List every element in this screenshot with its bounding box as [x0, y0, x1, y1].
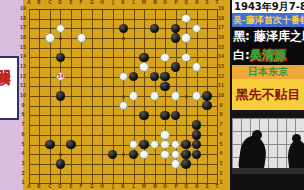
white-stone: 54 — [56, 72, 65, 81]
col-label-bottom: P — [172, 185, 180, 189]
col-label-bottom: A — [25, 185, 33, 189]
row-label-right: 9 — [217, 104, 225, 108]
row-label-left: 4 — [19, 152, 27, 156]
grid-hline — [29, 115, 218, 116]
black-stone — [66, 140, 75, 149]
black-stone — [119, 24, 128, 33]
star-point — [185, 95, 188, 98]
row-label-left: 17 — [19, 26, 27, 30]
row-label-right: 2 — [217, 171, 225, 175]
row-label-left: 7 — [19, 123, 27, 127]
col-label-bottom: G — [88, 185, 96, 189]
col-label-bottom: Q — [182, 185, 190, 189]
row-label-right: 3 — [217, 162, 225, 166]
grid-hline — [29, 9, 218, 10]
star-point — [59, 153, 62, 156]
black-stone — [192, 150, 201, 159]
black-stone — [160, 72, 169, 81]
row-label-right: 13 — [217, 65, 225, 69]
white-stone — [171, 140, 180, 149]
col-label-bottom: B — [36, 185, 44, 189]
row-label-right: 8 — [217, 113, 225, 117]
black-stone — [192, 120, 201, 129]
row-label-right: 6 — [217, 133, 225, 137]
col-label-bottom: O — [161, 185, 169, 189]
photo-bottom-band — [232, 174, 304, 190]
col-label-top: M — [140, 0, 148, 4]
white-stone — [192, 91, 201, 100]
grid-hline — [29, 135, 218, 136]
move-number-label: 54 — [57, 75, 63, 79]
row-label-right: 17 — [217, 26, 225, 30]
col-label-bottom: H — [98, 185, 106, 189]
row-label-left: 2 — [19, 171, 27, 175]
row-label-left: 5 — [19, 142, 27, 146]
row-label-right: 19 — [217, 7, 225, 11]
white-stone — [150, 91, 159, 100]
row-label-left: 18 — [19, 16, 27, 20]
white-stone — [192, 62, 201, 71]
info-panel: 1943年9月7-8日 吴-藤泽首次十番棋 黑: 藤泽库之助 白: 吴清源 日本… — [230, 0, 304, 190]
row-label-left: 12 — [19, 75, 27, 79]
white-stone — [192, 24, 201, 33]
col-label-bottom: K — [119, 185, 127, 189]
black-stone — [181, 159, 190, 168]
black-stone — [45, 140, 54, 149]
row-label-right: 16 — [217, 36, 225, 40]
black-stone — [160, 82, 169, 91]
col-label-bottom: T — [214, 185, 222, 189]
photo-top-band — [232, 110, 304, 118]
white-stone — [160, 53, 169, 62]
black-stone — [192, 140, 201, 149]
white-stone — [181, 53, 190, 62]
black-stone — [139, 53, 148, 62]
row-label-right: 14 — [217, 55, 225, 59]
row-label-right: 11 — [217, 84, 225, 88]
row-label-right: 1 — [217, 181, 225, 185]
white-stone — [171, 91, 180, 100]
black-stone — [56, 91, 65, 100]
black-player-label: 黑: 藤泽库之助 — [232, 27, 304, 46]
row-label-left: 11 — [19, 84, 27, 88]
row-label-left: 3 — [19, 162, 27, 166]
black-stone — [108, 150, 117, 159]
black-stone — [150, 24, 159, 33]
grid-hline — [29, 174, 218, 175]
row-label-right: 18 — [217, 16, 225, 20]
white-stone — [160, 130, 169, 139]
row-label-right: 7 — [217, 123, 225, 127]
col-label-bottom: E — [67, 185, 75, 189]
white-stone — [119, 72, 128, 81]
white-stone — [171, 159, 180, 168]
row-label-left: 15 — [19, 46, 27, 50]
col-label-top: O — [161, 0, 169, 4]
col-label-top: G — [88, 0, 96, 4]
white-prefix: 白: — [233, 47, 250, 64]
black-stone — [202, 91, 211, 100]
row-label-left: 1 — [19, 181, 27, 185]
row-label-left: 9 — [19, 104, 27, 108]
black-stone — [171, 33, 180, 42]
black-stone — [150, 72, 159, 81]
black-stone — [181, 140, 190, 149]
col-label-top: D — [57, 0, 65, 4]
col-label-top: K — [119, 0, 127, 4]
black-stone — [171, 24, 180, 33]
grid-hline — [29, 67, 218, 68]
col-label-top: T — [214, 0, 222, 4]
match-photo — [232, 110, 304, 190]
white-stone — [139, 150, 148, 159]
black-stone — [192, 130, 201, 139]
col-label-bottom: D — [57, 185, 65, 189]
white-player-name: 吴清源 — [250, 47, 286, 64]
black-stone — [56, 159, 65, 168]
watermark-box: 明明读棋 — [0, 56, 19, 120]
col-label-top: A — [25, 0, 33, 4]
row-label-left: 8 — [19, 113, 27, 117]
white-stone — [129, 91, 138, 100]
grid-hline — [29, 48, 218, 49]
col-label-bottom: C — [46, 185, 54, 189]
star-point — [122, 95, 125, 98]
star-point — [122, 37, 125, 40]
col-label-top: S — [203, 0, 211, 4]
screenshot-root: 明明读棋 AABBCCDDEEFFGGHHJJKKLLMMNNOOPPQQRRS… — [0, 0, 304, 190]
col-label-bottom: R — [193, 185, 201, 189]
row-label-right: 4 — [217, 152, 225, 156]
black-stone — [129, 72, 138, 81]
row-label-right: 10 — [217, 94, 225, 98]
white-stone — [150, 140, 159, 149]
row-label-right: 15 — [217, 46, 225, 50]
black-stone — [139, 140, 148, 149]
col-label-bottom: F — [77, 185, 85, 189]
grid-hline — [29, 86, 218, 87]
white-player-label: 白: 吴清源 — [232, 46, 304, 65]
col-label-bottom: L — [130, 185, 138, 189]
col-label-top: E — [67, 0, 75, 4]
col-label-top: J — [109, 0, 117, 4]
col-label-top: L — [130, 0, 138, 4]
col-label-top: H — [98, 0, 106, 4]
white-stone — [56, 24, 65, 33]
match-location: 日本东京 — [232, 65, 304, 79]
col-label-bottom: M — [140, 185, 148, 189]
go-board[interactable]: AABBCCDDEEFFGGHHJJKKLLMMNNOOPPQQRRSSTT19… — [23, 0, 230, 190]
col-label-bottom: J — [109, 185, 117, 189]
black-stone — [171, 62, 180, 71]
black-stone — [171, 111, 180, 120]
white-stone — [181, 33, 190, 42]
row-label-right: 5 — [217, 142, 225, 146]
col-label-bottom: N — [151, 185, 159, 189]
col-label-bottom: S — [203, 185, 211, 189]
col-label-top: C — [46, 0, 54, 4]
black-stone — [202, 101, 211, 110]
row-label-left: 14 — [19, 55, 27, 59]
event-title: 吴-藤泽首次十番棋 — [232, 13, 304, 27]
white-stone — [171, 150, 180, 159]
white-stone — [160, 150, 169, 159]
grid-hline — [29, 125, 218, 126]
row-label-left: 13 — [19, 65, 27, 69]
rule-banner: 黑先不贴目 — [232, 79, 304, 110]
white-stone — [77, 33, 86, 42]
col-label-top: F — [77, 0, 85, 4]
col-label-top: Q — [182, 0, 190, 4]
black-stone — [160, 111, 169, 120]
row-label-left: 6 — [19, 133, 27, 137]
white-stone — [119, 101, 128, 110]
match-date: 1943年9月7-8日 — [232, 0, 304, 13]
row-label-left: 16 — [19, 36, 27, 40]
watermark-text: 明明读棋 — [0, 59, 11, 118]
col-label-top: R — [193, 0, 201, 4]
white-stone — [181, 14, 190, 23]
black-stone — [129, 150, 138, 159]
row-label-right: 12 — [217, 75, 225, 79]
row-label-left: 19 — [19, 7, 27, 11]
white-stone — [139, 62, 148, 71]
col-label-top: N — [151, 0, 159, 4]
row-label-left: 10 — [19, 94, 27, 98]
white-stone — [160, 140, 169, 149]
black-stone — [181, 150, 190, 159]
star-point — [122, 153, 125, 156]
col-label-top: B — [36, 0, 44, 4]
white-stone — [129, 140, 138, 149]
black-stone — [56, 53, 65, 62]
col-label-top: P — [172, 0, 180, 4]
star-point — [59, 37, 62, 40]
black-stone — [139, 111, 148, 120]
white-stone — [45, 33, 54, 42]
